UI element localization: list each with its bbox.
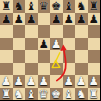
black-knight[interactable]: ♞ xyxy=(76,0,86,13)
square-a7[interactable]: ♟ xyxy=(0,13,13,26)
square-e8[interactable]: ♚ xyxy=(50,0,63,13)
square-g1[interactable]: ♞ xyxy=(75,88,88,101)
square-b1[interactable]: ♞ xyxy=(13,88,26,101)
white-pawn[interactable]: ♟ xyxy=(1,75,11,88)
square-h4[interactable] xyxy=(88,50,101,63)
square-a5[interactable] xyxy=(0,38,13,51)
square-b4[interactable] xyxy=(13,50,26,63)
white-bishop[interactable]: ♝ xyxy=(26,88,36,101)
white-bishop[interactable]: ♝ xyxy=(64,88,74,101)
square-g5[interactable] xyxy=(75,38,88,51)
square-a4[interactable] xyxy=(0,50,13,63)
square-g7[interactable]: ♟ xyxy=(75,13,88,26)
black-knight[interactable]: ♞ xyxy=(14,0,24,13)
black-bishop[interactable]: ♝ xyxy=(26,0,36,13)
square-c7[interactable]: ♟ xyxy=(25,13,38,26)
chess-board: ♜♞♝♛♚♝♞♜♟♟♟♟♟♟♟♟♟♟♟♟♟♟♟♟♜♞♝♛♚♝♞♜ xyxy=(0,0,100,100)
square-c5[interactable] xyxy=(25,38,38,51)
square-f7[interactable]: ♟ xyxy=(63,13,76,26)
square-g3[interactable] xyxy=(75,63,88,76)
square-g4[interactable] xyxy=(75,50,88,63)
white-knight[interactable]: ♞ xyxy=(14,88,24,101)
black-pawn[interactable]: ♟ xyxy=(51,13,61,26)
square-e1[interactable]: ♚ xyxy=(50,88,63,101)
square-c6[interactable] xyxy=(25,25,38,38)
square-g8[interactable]: ♞ xyxy=(75,0,88,13)
square-e4[interactable] xyxy=(50,50,63,63)
square-d1[interactable]: ♛ xyxy=(38,88,51,101)
square-e7[interactable]: ♟ xyxy=(50,13,63,26)
square-c2[interactable]: ♟ xyxy=(25,75,38,88)
square-g2[interactable]: ♟ xyxy=(75,75,88,88)
square-d7[interactable] xyxy=(38,13,51,26)
white-rook[interactable]: ♜ xyxy=(1,88,11,101)
square-f1[interactable]: ♝ xyxy=(63,88,76,101)
square-b2[interactable]: ♟ xyxy=(13,75,26,88)
square-f6[interactable] xyxy=(63,25,76,38)
square-h6[interactable] xyxy=(88,25,101,38)
black-pawn[interactable]: ♟ xyxy=(89,13,99,26)
square-h5[interactable] xyxy=(88,38,101,51)
square-f2[interactable]: ♟ xyxy=(63,75,76,88)
square-b5[interactable] xyxy=(13,38,26,51)
square-b7[interactable]: ♟ xyxy=(13,13,26,26)
white-pawn[interactable]: ♟ xyxy=(26,75,36,88)
square-a2[interactable]: ♟ xyxy=(0,75,13,88)
square-h1[interactable]: ♜ xyxy=(88,88,101,101)
square-f3[interactable] xyxy=(63,63,76,76)
square-a6[interactable] xyxy=(0,25,13,38)
square-b8[interactable]: ♞ xyxy=(13,0,26,13)
white-pawn[interactable]: ♟ xyxy=(39,75,49,88)
white-queen[interactable]: ♛ xyxy=(39,88,49,101)
square-h7[interactable]: ♟ xyxy=(88,13,101,26)
square-b3[interactable] xyxy=(13,63,26,76)
square-g6[interactable] xyxy=(75,25,88,38)
chess-board-area: ♜♞♝♛♚♝♞♜♟♟♟♟♟♟♟♟♟♟♟♟♟♟♟♟♜♞♝♛♚♝♞♜ xyxy=(0,0,100,100)
square-d8[interactable]: ♛ xyxy=(38,0,51,13)
square-d2[interactable]: ♟ xyxy=(38,75,51,88)
square-d4[interactable] xyxy=(38,50,51,63)
square-c4[interactable] xyxy=(25,50,38,63)
square-c3[interactable] xyxy=(25,63,38,76)
square-c1[interactable]: ♝ xyxy=(25,88,38,101)
white-pawn[interactable]: ♟ xyxy=(89,75,99,88)
black-rook[interactable]: ♜ xyxy=(1,0,11,13)
square-c8[interactable]: ♝ xyxy=(25,0,38,13)
black-pawn[interactable]: ♟ xyxy=(39,38,49,51)
white-pawn[interactable]: ♟ xyxy=(76,75,86,88)
square-e3[interactable] xyxy=(50,63,63,76)
black-queen[interactable]: ♛ xyxy=(39,0,49,13)
square-f8[interactable]: ♝ xyxy=(63,0,76,13)
black-pawn[interactable]: ♟ xyxy=(76,13,86,26)
square-h3[interactable] xyxy=(88,63,101,76)
square-h8[interactable]: ♜ xyxy=(88,0,101,13)
square-e5[interactable]: ♟ xyxy=(50,38,63,51)
square-f4[interactable] xyxy=(63,50,76,63)
square-a1[interactable]: ♜ xyxy=(0,88,13,101)
white-pawn[interactable]: ♟ xyxy=(14,75,24,88)
black-pawn[interactable]: ♟ xyxy=(14,13,24,26)
white-rook[interactable]: ♜ xyxy=(89,88,99,101)
white-pawn[interactable]: ♟ xyxy=(64,75,74,88)
black-rook[interactable]: ♜ xyxy=(89,0,99,13)
square-e6[interactable] xyxy=(50,25,63,38)
black-king[interactable]: ♚ xyxy=(51,0,61,13)
black-bishop[interactable]: ♝ xyxy=(64,0,74,13)
square-e2[interactable] xyxy=(50,75,63,88)
square-h2[interactable]: ♟ xyxy=(88,75,101,88)
black-pawn[interactable]: ♟ xyxy=(1,13,11,26)
square-d5[interactable]: ♟ xyxy=(38,38,51,51)
square-b6[interactable] xyxy=(13,25,26,38)
white-king[interactable]: ♚ xyxy=(51,88,61,101)
square-d3[interactable] xyxy=(38,63,51,76)
square-f5[interactable] xyxy=(63,38,76,51)
black-pawn[interactable]: ♟ xyxy=(64,13,74,26)
white-pawn[interactable]: ♟ xyxy=(51,38,61,51)
square-a8[interactable]: ♜ xyxy=(0,0,13,13)
white-knight[interactable]: ♞ xyxy=(76,88,86,101)
black-pawn[interactable]: ♟ xyxy=(26,13,36,26)
square-d6[interactable] xyxy=(38,25,51,38)
square-a3[interactable] xyxy=(0,63,13,76)
